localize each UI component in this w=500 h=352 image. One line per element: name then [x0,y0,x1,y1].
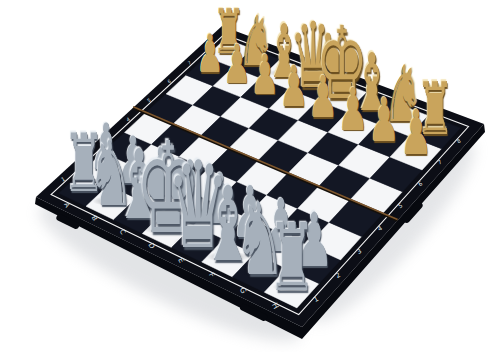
piece-gold-pawn-h7: ♟ [399,102,431,164]
piece-silver-rook-h1: ♜ [267,211,316,305]
piece-gold-pawn-c7: ♟ [251,48,280,103]
piece-gold-pawn-f7: ♟ [338,79,369,138]
piece-gold-pawn-b7: ♟ [223,38,251,92]
piece-gold-pawn-e7: ♟ [308,69,338,127]
pieces-layer: ♜♞♟♝♟♛♟♚♟♝♟♞♟♜♟♟♟♟♜♟♞♟♝♟♚♟♛♟♝♟♞♜ [0,0,500,352]
piece-gold-pawn-d7: ♟ [279,58,308,115]
piece-gold-pawn-a7: ♟ [196,28,224,81]
product-photo: ABCDEFGH1234567812345678 ♜♞♟♝♟♛♟♚♟♝♟♞♟♜♟… [0,0,500,352]
piece-gold-pawn-g7: ♟ [368,91,400,152]
